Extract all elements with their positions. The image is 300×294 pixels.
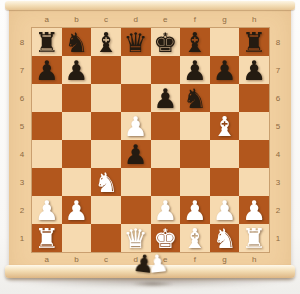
white-pawn-g2[interactable]: ♟ (212, 197, 236, 224)
rank-label-6: 6 (271, 84, 285, 112)
square-h6[interactable] (239, 84, 269, 112)
white-pawn-e2[interactable]: ♟ (153, 197, 177, 224)
square-a6[interactable] (32, 84, 62, 112)
square-a1[interactable]: ♜ (32, 224, 62, 252)
square-c4[interactable] (91, 140, 121, 168)
white-pawn-b2[interactable]: ♟ (64, 197, 88, 224)
rank-label-1: 1 (15, 224, 29, 252)
rank-label-3: 3 (271, 168, 285, 196)
square-e1[interactable]: ♚ (151, 224, 181, 252)
square-b3[interactable] (62, 168, 92, 196)
file-label-h: h (239, 14, 269, 26)
black-knight-b8[interactable]: ♞ (64, 29, 88, 56)
square-f4[interactable] (180, 140, 210, 168)
black-bishop-c8[interactable]: ♝ (94, 29, 118, 56)
square-e5[interactable] (151, 112, 181, 140)
square-d3[interactable] (121, 168, 151, 196)
square-c6[interactable] (91, 84, 121, 112)
square-e3[interactable] (151, 168, 181, 196)
square-h4[interactable] (239, 140, 269, 168)
black-pawn-e6[interactable]: ♟ (153, 85, 177, 112)
black-pawn-d4[interactable]: ♟ (124, 141, 148, 168)
square-a2[interactable]: ♟ (32, 196, 62, 224)
square-g6[interactable] (210, 84, 240, 112)
square-e4[interactable] (151, 140, 181, 168)
square-h2[interactable]: ♟ (239, 196, 269, 224)
white-knight-g1[interactable]: ♞ (212, 225, 236, 252)
square-a8[interactable]: ♜ (32, 28, 62, 56)
square-c1[interactable] (91, 224, 121, 252)
square-a3[interactable] (32, 168, 62, 196)
file-label-d: d (121, 14, 151, 26)
square-h7[interactable]: ♟ (239, 56, 269, 84)
file-label-a: a (32, 14, 62, 26)
file-label-e: e (151, 14, 181, 26)
square-f3[interactable] (180, 168, 210, 196)
white-pawn-d5[interactable]: ♟ (124, 113, 148, 140)
square-b4[interactable] (62, 140, 92, 168)
file-label-f: f (180, 14, 210, 26)
board-frame-top-rail (5, 1, 295, 10)
square-g2[interactable]: ♟ (210, 196, 240, 224)
file-labels-top: abcdefgh (32, 14, 269, 26)
square-f1[interactable]: ♝ (180, 224, 210, 252)
square-g4[interactable] (210, 140, 240, 168)
white-bishop-f1[interactable]: ♝ (183, 225, 207, 252)
square-d4[interactable]: ♟ (121, 140, 151, 168)
square-g7[interactable]: ♟ (210, 56, 240, 84)
black-pawn-h7[interactable]: ♟ (242, 57, 266, 84)
square-d5[interactable]: ♟ (121, 112, 151, 140)
square-c7[interactable] (91, 56, 121, 84)
square-d2[interactable] (121, 196, 151, 224)
square-g1[interactable]: ♞ (210, 224, 240, 252)
black-rook-a8[interactable]: ♜ (35, 29, 59, 56)
black-knight-f6[interactable]: ♞ (183, 85, 207, 112)
rank-label-5: 5 (271, 112, 285, 140)
square-b7[interactable]: ♟ (62, 56, 92, 84)
square-f5[interactable] (180, 112, 210, 140)
rank-labels-right: 87654321 (271, 28, 285, 252)
square-e6[interactable]: ♟ (151, 84, 181, 112)
square-e8[interactable]: ♚ (151, 28, 181, 56)
wall-background: abcdefgh 87654321 87654321 abcdefgh ♜♞♝♛… (0, 0, 300, 294)
captured-pieces-tray: ♟♟ (133, 252, 168, 276)
black-pawn-g7[interactable]: ♟ (212, 57, 236, 84)
white-knight-c3[interactable]: ♞ (94, 169, 118, 196)
square-g3[interactable] (210, 168, 240, 196)
rank-label-2: 2 (271, 196, 285, 224)
black-king-e8[interactable]: ♚ (153, 29, 177, 56)
rank-label-8: 8 (15, 28, 29, 56)
black-queen-d8[interactable]: ♛ (124, 29, 148, 56)
square-c8[interactable]: ♝ (91, 28, 121, 56)
square-d8[interactable]: ♛ (121, 28, 151, 56)
black-pawn-b7[interactable]: ♟ (64, 57, 88, 84)
square-d1[interactable]: ♛ (121, 224, 151, 252)
square-a7[interactable]: ♟ (32, 56, 62, 84)
square-f8[interactable]: ♝ (180, 28, 210, 56)
chess-board: ♜♞♝♛♚♝♜♟♟♟♟♟♟♞♟♝♟♞♟♟♟♟♟♟♜♛♚♝♞♜ (32, 28, 269, 252)
rank-label-7: 7 (15, 56, 29, 84)
white-pawn-h2[interactable]: ♟ (242, 197, 266, 224)
rank-label-7: 7 (271, 56, 285, 84)
rank-label-8: 8 (271, 28, 285, 56)
black-pawn-a7[interactable]: ♟ (35, 57, 59, 84)
square-e7[interactable] (151, 56, 181, 84)
square-g5[interactable]: ♝ (210, 112, 240, 140)
square-a4[interactable] (32, 140, 62, 168)
black-bishop-f8[interactable]: ♝ (183, 29, 207, 56)
captured-white-pawn[interactable]: ♟ (145, 251, 169, 277)
square-b5[interactable] (62, 112, 92, 140)
captured-pawns-shadow (131, 281, 175, 287)
square-f6[interactable]: ♞ (180, 84, 210, 112)
rank-label-2: 2 (15, 196, 29, 224)
square-a5[interactable] (32, 112, 62, 140)
square-h1[interactable]: ♜ (239, 224, 269, 252)
white-queen-d1[interactable]: ♛ (124, 225, 148, 252)
rank-label-5: 5 (15, 112, 29, 140)
black-pawn-f7[interactable]: ♟ (183, 57, 207, 84)
file-label-g: g (210, 14, 240, 26)
square-f7[interactable]: ♟ (180, 56, 210, 84)
square-b2[interactable]: ♟ (62, 196, 92, 224)
square-h3[interactable] (239, 168, 269, 196)
square-h8[interactable]: ♜ (239, 28, 269, 56)
square-b1[interactable] (62, 224, 92, 252)
file-label-c: c (91, 14, 121, 26)
white-bishop-g5[interactable]: ♝ (212, 113, 236, 140)
white-pawn-f2[interactable]: ♟ (183, 197, 207, 224)
square-b6[interactable] (62, 84, 92, 112)
white-rook-h1[interactable]: ♜ (242, 225, 266, 252)
square-c2[interactable] (91, 196, 121, 224)
square-d6[interactable] (121, 84, 151, 112)
square-h5[interactable] (239, 112, 269, 140)
square-d7[interactable] (121, 56, 151, 84)
square-b8[interactable]: ♞ (62, 28, 92, 56)
rank-label-1: 1 (271, 224, 285, 252)
square-f2[interactable]: ♟ (180, 196, 210, 224)
rank-label-3: 3 (15, 168, 29, 196)
rank-label-4: 4 (271, 140, 285, 168)
rank-label-4: 4 (15, 140, 29, 168)
square-c5[interactable] (91, 112, 121, 140)
black-rook-h8[interactable]: ♜ (242, 29, 266, 56)
white-rook-a1[interactable]: ♜ (35, 225, 59, 252)
rank-labels-left: 87654321 (15, 28, 29, 252)
white-pawn-a2[interactable]: ♟ (35, 197, 59, 224)
square-c3[interactable]: ♞ (91, 168, 121, 196)
white-king-e1[interactable]: ♚ (153, 225, 177, 252)
square-g8[interactable] (210, 28, 240, 56)
square-e2[interactable]: ♟ (151, 196, 181, 224)
file-label-b: b (62, 14, 92, 26)
rank-label-6: 6 (15, 84, 29, 112)
